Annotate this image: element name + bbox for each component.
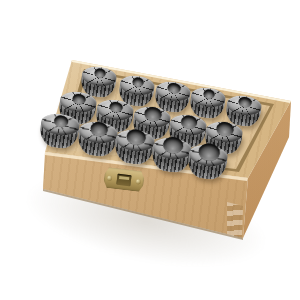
collet-r3-c3 — [113, 128, 156, 166]
collet-bore — [53, 115, 68, 128]
collet-bore — [237, 96, 251, 108]
collet-bore — [197, 142, 220, 161]
collet-bore — [179, 114, 196, 129]
collet-bore — [215, 121, 234, 137]
collet-r3-c2 — [76, 120, 119, 158]
collet-bore — [125, 128, 146, 145]
collet-bore — [89, 121, 108, 137]
collet-bore — [202, 89, 214, 99]
collet-bore — [166, 82, 180, 94]
collet-r3-c1 — [38, 112, 81, 150]
collet-tray-layer — [0, 0, 300, 300]
collet-bore — [93, 68, 105, 78]
collet-bore — [161, 136, 183, 154]
collet-r3-c5 — [186, 143, 229, 181]
collet-bore — [71, 93, 85, 105]
collet-bore — [143, 106, 162, 122]
collet-bore — [131, 77, 143, 87]
product-photo — [0, 0, 300, 300]
collet-bore — [108, 101, 122, 113]
latch-keeper-slot — [116, 173, 131, 186]
